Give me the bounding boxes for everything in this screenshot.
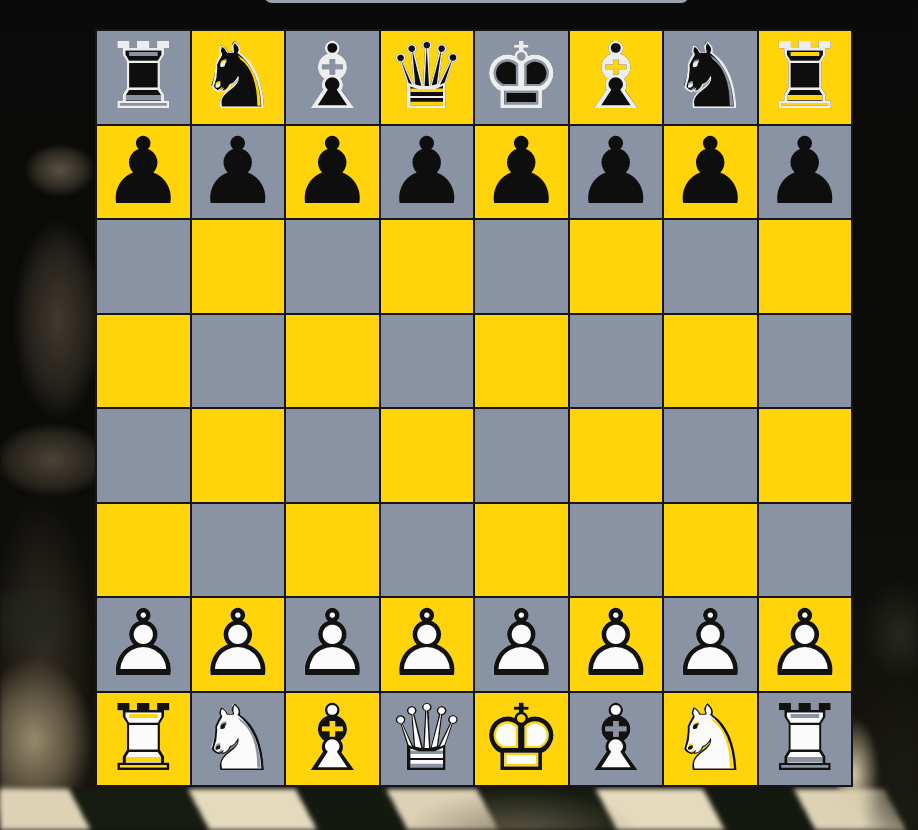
square-b5[interactable] <box>192 315 285 408</box>
piece-glyph: ♟ <box>286 126 379 219</box>
square-f4[interactable] <box>570 409 663 502</box>
piece-glyph: ♟ <box>381 126 474 219</box>
square-e5[interactable] <box>475 315 568 408</box>
square-f7[interactable]: ♟ <box>570 126 663 219</box>
square-g7[interactable]: ♟ <box>664 126 757 219</box>
square-f2[interactable]: ♟♙ <box>570 598 663 691</box>
square-h7[interactable]: ♟ <box>759 126 852 219</box>
square-g8[interactable]: ♞♘ <box>664 31 757 124</box>
square-a2[interactable]: ♟♙ <box>97 598 190 691</box>
piece-detail-glyph: ♖ <box>759 31 852 124</box>
piece-detail-glyph: ♘ <box>192 31 285 124</box>
black-pawn[interactable]: ♟ <box>286 126 379 219</box>
piece-glyph: ♟ <box>192 126 285 219</box>
square-b1[interactable]: ♞♘ <box>192 693 285 786</box>
piece-detail-glyph: ♔ <box>475 31 568 124</box>
piece-glyph: ♟ <box>97 126 190 219</box>
white-pawn[interactable]: ♟♙ <box>759 598 852 691</box>
white-knight[interactable]: ♞♘ <box>192 693 285 786</box>
white-rook[interactable]: ♜♖ <box>759 693 852 786</box>
square-g1[interactable]: ♞♘ <box>664 693 757 786</box>
white-pawn[interactable]: ♟♙ <box>381 598 474 691</box>
piece-glyph: ♟ <box>759 126 852 219</box>
piece-detail-glyph: ♕ <box>381 693 474 786</box>
square-f6[interactable] <box>570 220 663 313</box>
square-a6[interactable] <box>97 220 190 313</box>
white-pawn[interactable]: ♟♙ <box>286 598 379 691</box>
chess-board: ♜♖♞♘♝♗♛♕♚♔♝♗♞♘♜♖♟♟♟♟♟♟♟♟♟♙♟♙♟♙♟♙♟♙♟♙♟♙♟♙… <box>95 29 853 787</box>
square-a1[interactable]: ♜♖ <box>97 693 190 786</box>
square-b3[interactable] <box>192 504 285 597</box>
piece-detail-glyph: ♙ <box>381 598 474 691</box>
square-c4[interactable] <box>286 409 379 502</box>
piece-detail-glyph: ♖ <box>759 693 852 786</box>
square-e1[interactable]: ♚♔ <box>475 693 568 786</box>
square-h2[interactable]: ♟♙ <box>759 598 852 691</box>
white-queen[interactable]: ♛♕ <box>381 693 474 786</box>
square-b8[interactable]: ♞♘ <box>192 31 285 124</box>
photo-chessboard-surface <box>0 789 918 830</box>
piece-detail-glyph: ♕ <box>381 31 474 124</box>
white-pawn[interactable]: ♟♙ <box>570 598 663 691</box>
square-a8[interactable]: ♜♖ <box>97 31 190 124</box>
square-h5[interactable] <box>759 315 852 408</box>
square-c8[interactable]: ♝♗ <box>286 31 379 124</box>
square-f3[interactable] <box>570 504 663 597</box>
piece-detail-glyph: ♙ <box>286 598 379 691</box>
piece-detail-glyph: ♙ <box>570 598 663 691</box>
piece-detail-glyph: ♙ <box>192 598 285 691</box>
piece-glyph: ♟ <box>570 126 663 219</box>
square-d6[interactable] <box>381 220 474 313</box>
square-e8[interactable]: ♚♔ <box>475 31 568 124</box>
square-b7[interactable]: ♟ <box>192 126 285 219</box>
white-rook[interactable]: ♜♖ <box>97 693 190 786</box>
square-c2[interactable]: ♟♙ <box>286 598 379 691</box>
black-pawn[interactable]: ♟ <box>381 126 474 219</box>
square-d4[interactable] <box>381 409 474 502</box>
black-rook[interactable]: ♜♖ <box>97 31 190 124</box>
piece-detail-glyph: ♗ <box>286 31 379 124</box>
piece-detail-glyph: ♗ <box>286 693 379 786</box>
square-f5[interactable] <box>570 315 663 408</box>
square-h8[interactable]: ♜♖ <box>759 31 852 124</box>
square-g2[interactable]: ♟♙ <box>664 598 757 691</box>
black-pawn[interactable]: ♟ <box>97 126 190 219</box>
square-g4[interactable] <box>664 409 757 502</box>
black-pawn[interactable]: ♟ <box>192 126 285 219</box>
piece-detail-glyph: ♗ <box>570 31 663 124</box>
white-pawn[interactable]: ♟♙ <box>97 598 190 691</box>
square-a4[interactable] <box>97 409 190 502</box>
piece-detail-glyph: ♖ <box>97 31 190 124</box>
black-rook[interactable]: ♜♖ <box>759 31 852 124</box>
square-d2[interactable]: ♟♙ <box>381 598 474 691</box>
black-knight[interactable]: ♞♘ <box>664 31 757 124</box>
square-e7[interactable]: ♟ <box>475 126 568 219</box>
square-g3[interactable] <box>664 504 757 597</box>
square-d5[interactable] <box>381 315 474 408</box>
piece-detail-glyph: ♙ <box>759 598 852 691</box>
square-d8[interactable]: ♛♕ <box>381 31 474 124</box>
square-d3[interactable] <box>381 504 474 597</box>
square-f8[interactable]: ♝♗ <box>570 31 663 124</box>
black-pawn[interactable]: ♟ <box>759 126 852 219</box>
square-e6[interactable] <box>475 220 568 313</box>
piece-detail-glyph: ♙ <box>664 598 757 691</box>
square-c7[interactable]: ♟ <box>286 126 379 219</box>
white-knight[interactable]: ♞♘ <box>664 693 757 786</box>
square-d7[interactable]: ♟ <box>381 126 474 219</box>
black-bishop[interactable]: ♝♗ <box>286 31 379 124</box>
white-bishop[interactable]: ♝♗ <box>570 693 663 786</box>
square-h4[interactable] <box>759 409 852 502</box>
square-c3[interactable] <box>286 504 379 597</box>
white-pawn[interactable]: ♟♙ <box>475 598 568 691</box>
piece-detail-glyph: ♗ <box>570 693 663 786</box>
square-f1[interactable]: ♝♗ <box>570 693 663 786</box>
square-b2[interactable]: ♟♙ <box>192 598 285 691</box>
piece-detail-glyph: ♘ <box>664 693 757 786</box>
square-c6[interactable] <box>286 220 379 313</box>
square-h1[interactable]: ♜♖ <box>759 693 852 786</box>
piece-detail-glyph: ♖ <box>97 693 190 786</box>
piece-detail-glyph: ♘ <box>192 693 285 786</box>
piece-glyph: ♟ <box>664 126 757 219</box>
white-king[interactable]: ♚♔ <box>475 693 568 786</box>
square-b4[interactable] <box>192 409 285 502</box>
piece-detail-glyph: ♙ <box>97 598 190 691</box>
square-e2[interactable]: ♟♙ <box>475 598 568 691</box>
square-h6[interactable] <box>759 220 852 313</box>
white-pawn[interactable]: ♟♙ <box>192 598 285 691</box>
square-a7[interactable]: ♟ <box>97 126 190 219</box>
black-queen[interactable]: ♛♕ <box>381 31 474 124</box>
piece-detail-glyph: ♙ <box>475 598 568 691</box>
piece-detail-glyph: ♘ <box>664 31 757 124</box>
square-b6[interactable] <box>192 220 285 313</box>
black-knight[interactable]: ♞♘ <box>192 31 285 124</box>
black-bishop[interactable]: ♝♗ <box>570 31 663 124</box>
white-pawn[interactable]: ♟♙ <box>664 598 757 691</box>
square-e4[interactable] <box>475 409 568 502</box>
square-h3[interactable] <box>759 504 852 597</box>
square-g5[interactable] <box>664 315 757 408</box>
piece-detail-glyph: ♔ <box>475 693 568 786</box>
white-bishop[interactable]: ♝♗ <box>286 693 379 786</box>
square-c1[interactable]: ♝♗ <box>286 693 379 786</box>
piece-glyph: ♟ <box>475 126 568 219</box>
square-c5[interactable] <box>286 315 379 408</box>
top-control-fragment[interactable] <box>264 0 689 3</box>
square-a3[interactable] <box>97 504 190 597</box>
black-pawn[interactable]: ♟ <box>664 126 757 219</box>
square-d1[interactable]: ♛♕ <box>381 693 474 786</box>
square-a5[interactable] <box>97 315 190 408</box>
square-e3[interactable] <box>475 504 568 597</box>
square-g6[interactable] <box>664 220 757 313</box>
black-pawn[interactable]: ♟ <box>475 126 568 219</box>
black-pawn[interactable]: ♟ <box>570 126 663 219</box>
black-king[interactable]: ♚♔ <box>475 31 568 124</box>
